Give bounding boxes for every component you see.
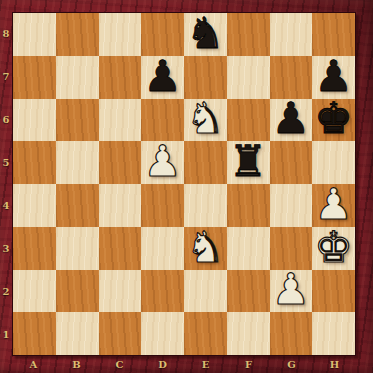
square-g4[interactable] xyxy=(270,184,313,227)
rank-label-1: 1 xyxy=(0,313,12,356)
square-g7[interactable] xyxy=(270,56,313,99)
square-h8[interactable] xyxy=(312,13,355,56)
square-b2[interactable] xyxy=(56,270,99,313)
rank-label-5: 5 xyxy=(0,141,12,184)
file-label-a: A xyxy=(12,356,55,373)
square-f1[interactable] xyxy=(227,312,270,355)
square-h3[interactable]: ♚ xyxy=(312,227,355,270)
piece-black-pawn-d7[interactable]: ♟ xyxy=(143,56,182,98)
square-b8[interactable] xyxy=(56,13,99,56)
square-g6[interactable]: ♟ xyxy=(270,99,313,142)
square-f4[interactable] xyxy=(227,184,270,227)
square-f3[interactable] xyxy=(227,227,270,270)
square-c5[interactable] xyxy=(99,141,142,184)
piece-black-pawn-g6[interactable]: ♟ xyxy=(272,99,311,141)
square-f5[interactable]: ♜ xyxy=(227,141,270,184)
square-h7[interactable]: ♟ xyxy=(312,56,355,99)
file-label-c: C xyxy=(98,356,141,373)
rank-labels: 87654321 xyxy=(0,12,12,356)
square-d5[interactable]: ♟ xyxy=(141,141,184,184)
piece-black-rook-f5[interactable]: ♜ xyxy=(229,141,268,183)
file-label-b: B xyxy=(55,356,98,373)
square-d2[interactable] xyxy=(141,270,184,313)
square-d1[interactable] xyxy=(141,312,184,355)
square-a2[interactable] xyxy=(13,270,56,313)
square-c2[interactable] xyxy=(99,270,142,313)
square-a8[interactable] xyxy=(13,13,56,56)
rank-label-4: 4 xyxy=(0,184,12,227)
square-c1[interactable] xyxy=(99,312,142,355)
square-e8[interactable]: ♞ xyxy=(184,13,227,56)
square-b1[interactable] xyxy=(56,312,99,355)
chess-board: ♞♟♟♞♟♚♟♜♟♞♚♟ xyxy=(12,12,356,356)
square-b5[interactable] xyxy=(56,141,99,184)
square-h2[interactable] xyxy=(312,270,355,313)
square-a7[interactable] xyxy=(13,56,56,99)
square-g8[interactable] xyxy=(270,13,313,56)
square-e4[interactable] xyxy=(184,184,227,227)
square-g3[interactable] xyxy=(270,227,313,270)
square-d3[interactable] xyxy=(141,227,184,270)
square-e3[interactable]: ♞ xyxy=(184,227,227,270)
square-f8[interactable] xyxy=(227,13,270,56)
rank-label-2: 2 xyxy=(0,270,12,313)
square-h6[interactable]: ♚ xyxy=(312,99,355,142)
square-c3[interactable] xyxy=(99,227,142,270)
file-labels: ABCDEFGH xyxy=(12,356,356,373)
square-b6[interactable] xyxy=(56,99,99,142)
square-g5[interactable] xyxy=(270,141,313,184)
square-c7[interactable] xyxy=(99,56,142,99)
square-d4[interactable] xyxy=(141,184,184,227)
piece-black-pawn-h7[interactable]: ♟ xyxy=(314,56,353,98)
square-b7[interactable] xyxy=(56,56,99,99)
file-label-h: H xyxy=(313,356,356,373)
rank-label-7: 7 xyxy=(0,55,12,98)
rank-label-6: 6 xyxy=(0,98,12,141)
file-label-d: D xyxy=(141,356,184,373)
square-a3[interactable] xyxy=(13,227,56,270)
square-h4[interactable]: ♟ xyxy=(312,184,355,227)
square-c8[interactable] xyxy=(99,13,142,56)
square-e1[interactable] xyxy=(184,312,227,355)
file-label-g: G xyxy=(270,356,313,373)
piece-white-pawn-d5[interactable]: ♟ xyxy=(143,141,182,183)
square-e7[interactable] xyxy=(184,56,227,99)
rank-label-8: 8 xyxy=(0,12,12,55)
square-f7[interactable] xyxy=(227,56,270,99)
square-g2[interactable]: ♟ xyxy=(270,270,313,313)
piece-white-king-h3[interactable]: ♚ xyxy=(314,227,353,269)
square-e6[interactable]: ♞ xyxy=(184,99,227,142)
square-a1[interactable] xyxy=(13,312,56,355)
square-d8[interactable] xyxy=(141,13,184,56)
square-d7[interactable]: ♟ xyxy=(141,56,184,99)
piece-black-king-h6[interactable]: ♚ xyxy=(314,99,353,141)
square-f2[interactable] xyxy=(227,270,270,313)
square-b3[interactable] xyxy=(56,227,99,270)
square-e2[interactable] xyxy=(184,270,227,313)
square-h5[interactable] xyxy=(312,141,355,184)
square-d6[interactable] xyxy=(141,99,184,142)
piece-black-knight-e8[interactable]: ♞ xyxy=(186,13,225,55)
rank-label-3: 3 xyxy=(0,227,12,270)
file-label-e: E xyxy=(184,356,227,373)
square-e5[interactable] xyxy=(184,141,227,184)
square-f6[interactable] xyxy=(227,99,270,142)
square-c6[interactable] xyxy=(99,99,142,142)
square-h1[interactable] xyxy=(312,312,355,355)
piece-white-knight-e6[interactable]: ♞ xyxy=(186,99,225,141)
square-c4[interactable] xyxy=(99,184,142,227)
piece-white-pawn-h4[interactable]: ♟ xyxy=(314,184,353,226)
square-g1[interactable] xyxy=(270,312,313,355)
file-label-f: F xyxy=(227,356,270,373)
square-a4[interactable] xyxy=(13,184,56,227)
square-a5[interactable] xyxy=(13,141,56,184)
board-frame: 87654321 ♞♟♟♞♟♚♟♜♟♞♚♟ ABCDEFGH xyxy=(0,0,373,373)
piece-white-pawn-g2[interactable]: ♟ xyxy=(272,270,311,312)
square-a6[interactable] xyxy=(13,99,56,142)
piece-white-knight-e3[interactable]: ♞ xyxy=(186,227,225,269)
square-b4[interactable] xyxy=(56,184,99,227)
